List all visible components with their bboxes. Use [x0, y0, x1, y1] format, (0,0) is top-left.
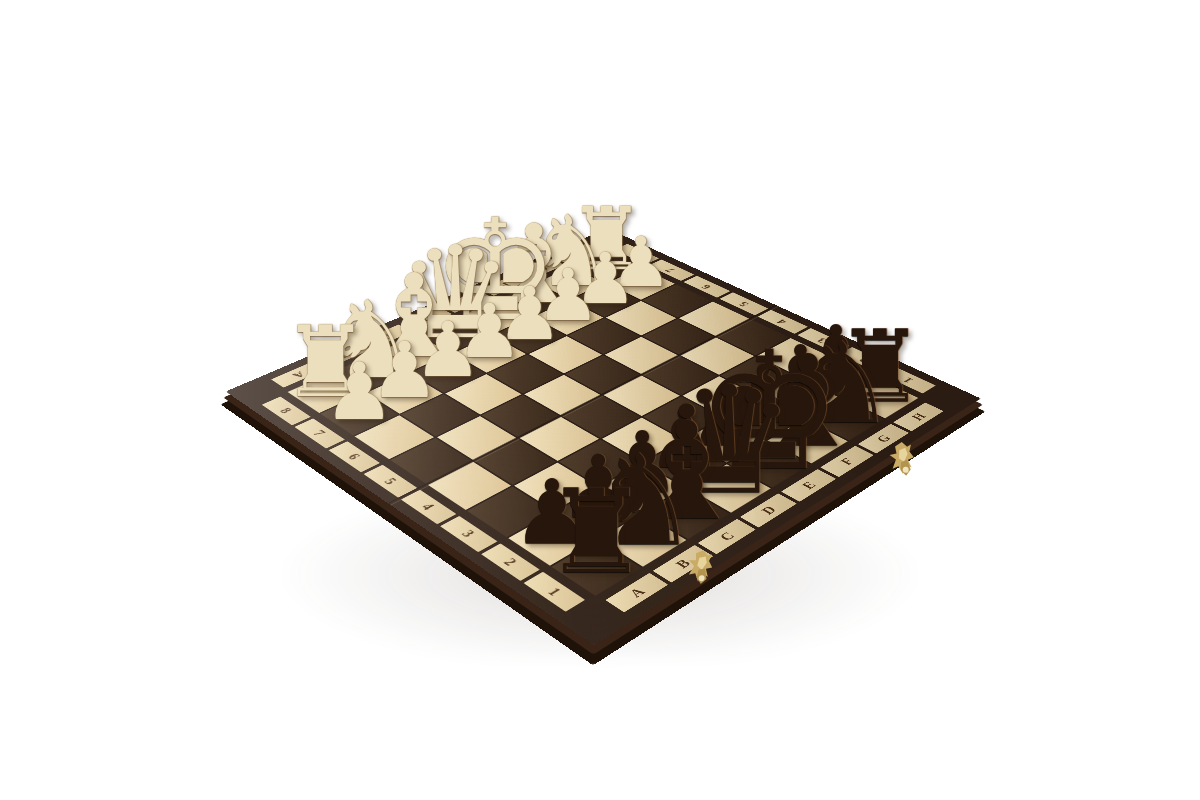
piece-black-rook-a1[interactable]: ♜ — [544, 474, 648, 590]
piece-white-pawn-a7[interactable]: ♟ — [324, 351, 395, 430]
chess-set-photo: ABCDEFGH ABCDEFGH 87654321 87654321 ♜♞♝♛… — [0, 0, 1200, 800]
